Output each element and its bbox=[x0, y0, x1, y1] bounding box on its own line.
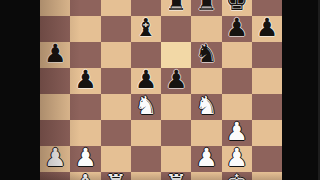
square-c1[interactable]: ♜ bbox=[101, 172, 131, 180]
square-h1[interactable] bbox=[252, 172, 282, 180]
black-rook[interactable]: ♜ bbox=[195, 0, 217, 15]
square-b5[interactable]: ♟ bbox=[70, 68, 100, 94]
right-black-bar bbox=[282, 0, 320, 180]
square-c5[interactable] bbox=[101, 68, 131, 94]
square-b7[interactable] bbox=[70, 16, 100, 42]
square-d3[interactable] bbox=[131, 120, 161, 146]
square-a8[interactable] bbox=[40, 0, 70, 16]
square-f4[interactable]: ♞ bbox=[191, 94, 221, 120]
white-rook[interactable]: ♜ bbox=[104, 171, 126, 180]
square-a6[interactable]: ♟ bbox=[40, 42, 70, 68]
square-b4[interactable] bbox=[70, 94, 100, 120]
square-d1[interactable] bbox=[131, 172, 161, 180]
square-h6[interactable] bbox=[252, 42, 282, 68]
black-pawn[interactable]: ♟ bbox=[165, 67, 187, 93]
square-c8[interactable] bbox=[101, 0, 131, 16]
square-h4[interactable] bbox=[252, 94, 282, 120]
square-a1[interactable] bbox=[40, 172, 70, 180]
white-pawn[interactable]: ♟ bbox=[44, 145, 66, 171]
white-pawn[interactable]: ♟ bbox=[74, 145, 96, 171]
square-f6[interactable]: ♞ bbox=[191, 42, 221, 68]
square-f1[interactable] bbox=[191, 172, 221, 180]
square-h3[interactable] bbox=[252, 120, 282, 146]
square-e5[interactable]: ♟ bbox=[161, 68, 191, 94]
white-bishop[interactable]: ♝ bbox=[74, 171, 96, 180]
square-e4[interactable] bbox=[161, 94, 191, 120]
left-black-bar bbox=[0, 0, 40, 180]
square-g1[interactable]: ♚ bbox=[222, 172, 252, 180]
square-c7[interactable] bbox=[101, 16, 131, 42]
square-a2[interactable]: ♟ bbox=[40, 146, 70, 172]
square-d7[interactable]: ♝ bbox=[131, 16, 161, 42]
white-king[interactable]: ♚ bbox=[225, 171, 247, 180]
white-pawn[interactable]: ♟ bbox=[225, 119, 247, 145]
white-knight[interactable]: ♞ bbox=[195, 93, 217, 119]
square-h7[interactable]: ♟ bbox=[252, 16, 282, 42]
black-bishop[interactable]: ♝ bbox=[135, 15, 157, 41]
square-h5[interactable] bbox=[252, 68, 282, 94]
black-pawn[interactable]: ♟ bbox=[256, 15, 278, 41]
square-g5[interactable] bbox=[222, 68, 252, 94]
square-e8[interactable]: ♜ bbox=[161, 0, 191, 16]
black-pawn[interactable]: ♟ bbox=[135, 67, 157, 93]
square-f2[interactable]: ♟ bbox=[191, 146, 221, 172]
chessboard[interactable]: ♜♜♚♝♟♟♟♞♟♟♟♞♞♟♟♟♟♟♝♜♜♚ bbox=[40, 0, 282, 180]
square-b1[interactable]: ♝ bbox=[70, 172, 100, 180]
square-a5[interactable] bbox=[40, 68, 70, 94]
black-knight[interactable]: ♞ bbox=[195, 41, 217, 67]
square-c3[interactable] bbox=[101, 120, 131, 146]
square-d2[interactable] bbox=[131, 146, 161, 172]
square-g7[interactable]: ♟ bbox=[222, 16, 252, 42]
white-rook[interactable]: ♜ bbox=[165, 171, 187, 180]
white-knight[interactable]: ♞ bbox=[135, 93, 157, 119]
square-c6[interactable] bbox=[101, 42, 131, 68]
black-pawn[interactable]: ♟ bbox=[74, 67, 96, 93]
square-d4[interactable]: ♞ bbox=[131, 94, 161, 120]
white-pawn[interactable]: ♟ bbox=[195, 145, 217, 171]
square-e7[interactable] bbox=[161, 16, 191, 42]
square-g6[interactable] bbox=[222, 42, 252, 68]
square-c4[interactable] bbox=[101, 94, 131, 120]
square-e3[interactable] bbox=[161, 120, 191, 146]
square-b8[interactable] bbox=[70, 0, 100, 16]
square-f8[interactable]: ♜ bbox=[191, 0, 221, 16]
square-e1[interactable]: ♜ bbox=[161, 172, 191, 180]
white-pawn[interactable]: ♟ bbox=[225, 145, 247, 171]
video-frame: ♜♜♚♝♟♟♟♞♟♟♟♞♞♟♟♟♟♟♝♜♜♚ bbox=[0, 0, 320, 180]
square-a4[interactable] bbox=[40, 94, 70, 120]
square-h2[interactable] bbox=[252, 146, 282, 172]
black-pawn[interactable]: ♟ bbox=[44, 41, 66, 67]
black-rook[interactable]: ♜ bbox=[165, 0, 187, 15]
black-pawn[interactable]: ♟ bbox=[225, 15, 247, 41]
